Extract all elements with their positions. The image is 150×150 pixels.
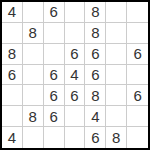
cell-r2c5[interactable]: 8: [85, 23, 106, 44]
cell-r2c7[interactable]: [127, 23, 148, 44]
cell-r6c4[interactable]: [65, 106, 86, 127]
cell-r1c7[interactable]: [127, 2, 148, 23]
cell-r5c3[interactable]: 6: [44, 85, 65, 106]
cell-r7c2[interactable]: [23, 127, 44, 148]
cell-r6c7[interactable]: [127, 106, 148, 127]
cell-r5c5[interactable]: 8: [85, 85, 106, 106]
cell-r3c6[interactable]: [106, 44, 127, 65]
cell-r5c7[interactable]: 6: [127, 85, 148, 106]
cell-r5c6[interactable]: [106, 85, 127, 106]
cell-r7c3[interactable]: [44, 127, 65, 148]
cell-r1c2[interactable]: [23, 2, 44, 23]
cell-r4c6[interactable]: [106, 65, 127, 86]
cell-r3c2[interactable]: [23, 44, 44, 65]
cell-r6c6[interactable]: [106, 106, 127, 127]
cell-r1c1[interactable]: 4: [2, 2, 23, 23]
cell-r2c6[interactable]: [106, 23, 127, 44]
cell-r4c4[interactable]: 4: [65, 65, 86, 86]
cell-r6c1[interactable]: [2, 106, 23, 127]
cell-r5c2[interactable]: [23, 85, 44, 106]
cell-r1c5[interactable]: 8: [85, 2, 106, 23]
cell-r3c1[interactable]: 8: [2, 44, 23, 65]
cell-r2c3[interactable]: [44, 23, 65, 44]
cell-r4c5[interactable]: 6: [85, 65, 106, 86]
cell-r4c7[interactable]: [127, 65, 148, 86]
cell-r6c3[interactable]: 6: [44, 106, 65, 127]
cell-r4c2[interactable]: [23, 65, 44, 86]
cell-r5c1[interactable]: [2, 85, 23, 106]
cell-r3c7[interactable]: 6: [127, 44, 148, 65]
cell-r7c4[interactable]: [65, 127, 86, 148]
cell-r3c5[interactable]: 6: [85, 44, 106, 65]
cell-r5c4[interactable]: 6: [65, 85, 86, 106]
cell-r2c2[interactable]: 8: [23, 23, 44, 44]
cell-r7c7[interactable]: [127, 127, 148, 148]
cell-r3c3[interactable]: [44, 44, 65, 65]
cell-r3c4[interactable]: 6: [65, 44, 86, 65]
sudoku-board: 46888866666466686864468: [0, 0, 150, 150]
cell-r6c5[interactable]: 4: [85, 106, 106, 127]
cell-r1c4[interactable]: [65, 2, 86, 23]
cell-r4c3[interactable]: 6: [44, 65, 65, 86]
cell-r2c1[interactable]: [2, 23, 23, 44]
cell-r2c4[interactable]: [65, 23, 86, 44]
cell-r1c6[interactable]: [106, 2, 127, 23]
cell-r1c3[interactable]: 6: [44, 2, 65, 23]
cell-r4c1[interactable]: 6: [2, 65, 23, 86]
cell-r7c1[interactable]: 4: [2, 127, 23, 148]
cell-r6c2[interactable]: 8: [23, 106, 44, 127]
cell-r7c5[interactable]: 6: [85, 127, 106, 148]
cell-r7c6[interactable]: 8: [106, 127, 127, 148]
